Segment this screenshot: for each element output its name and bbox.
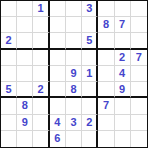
cell-r5c4[interactable] (50, 66, 66, 82)
cell-r6c7[interactable] (98, 82, 114, 98)
cell-r5c3[interactable] (33, 66, 49, 82)
cell-r5c5-given[interactable]: 9 (66, 66, 82, 82)
cell-r9c9[interactable] (131, 131, 147, 147)
cell-r1c8[interactable] (115, 1, 131, 17)
cell-r7c5[interactable] (66, 98, 82, 114)
cell-r2c4[interactable] (50, 17, 66, 33)
cell-r7c6[interactable] (82, 98, 98, 114)
cell-r5c8-given[interactable]: 4 (115, 66, 131, 82)
cell-r8c5-given[interactable]: 3 (66, 115, 82, 131)
cell-r3c1-given[interactable]: 2 (1, 33, 17, 49)
cell-r9c8[interactable] (115, 131, 131, 147)
cell-r9c4-given[interactable]: 6 (50, 131, 66, 147)
cell-r2c1[interactable] (1, 17, 17, 33)
cell-r4c9-given[interactable]: 7 (131, 50, 147, 66)
cell-r3c8[interactable] (115, 33, 131, 49)
cell-r6c1-given[interactable]: 5 (1, 82, 17, 98)
cell-r4c2[interactable] (17, 50, 33, 66)
cell-r2c7-given[interactable]: 8 (98, 17, 114, 33)
cell-r8c4-given[interactable]: 4 (50, 115, 66, 131)
cell-r4c5[interactable] (66, 50, 82, 66)
cell-r2c5[interactable] (66, 17, 82, 33)
cell-r1c1[interactable] (1, 1, 17, 17)
cell-r6c4[interactable] (50, 82, 66, 98)
cell-r7c3[interactable] (33, 98, 49, 114)
cell-r5c7[interactable] (98, 66, 114, 82)
cell-r1c7[interactable] (98, 1, 114, 17)
cell-r9c5[interactable] (66, 131, 82, 147)
cell-r7c1[interactable] (1, 98, 17, 114)
cell-r4c3[interactable] (33, 50, 49, 66)
cell-r9c6[interactable] (82, 131, 98, 147)
cell-r3c3[interactable] (33, 33, 49, 49)
cell-r3c7[interactable] (98, 33, 114, 49)
cell-r6c6[interactable] (82, 82, 98, 98)
cell-r9c7[interactable] (98, 131, 114, 147)
cell-r5c6-given[interactable]: 1 (82, 66, 98, 82)
cell-r5c2[interactable] (17, 66, 33, 82)
cell-r7c9[interactable] (131, 98, 147, 114)
cell-r2c6[interactable] (82, 17, 98, 33)
cell-r4c1[interactable] (1, 50, 17, 66)
cell-r9c2[interactable] (17, 131, 33, 147)
cell-r8c8[interactable] (115, 115, 131, 131)
cell-r3c2[interactable] (17, 33, 33, 49)
cell-r5c9[interactable] (131, 66, 147, 82)
cell-r6c2[interactable] (17, 82, 33, 98)
cell-r8c7[interactable] (98, 115, 114, 131)
cell-r1c4[interactable] (50, 1, 66, 17)
cell-r8c3[interactable] (33, 115, 49, 131)
cell-r1c9[interactable] (131, 1, 147, 17)
cell-r3c5[interactable] (66, 33, 82, 49)
cell-r6c8-given[interactable]: 9 (115, 82, 131, 98)
cell-r5c1[interactable] (1, 66, 17, 82)
cell-r8c9[interactable] (131, 115, 147, 131)
cell-r9c1[interactable] (1, 131, 17, 147)
cell-r6c3-given[interactable]: 2 (33, 82, 49, 98)
cell-r2c2[interactable] (17, 17, 33, 33)
cell-r2c8-given[interactable]: 7 (115, 17, 131, 33)
cell-r3c9[interactable] (131, 33, 147, 49)
cell-r7c4[interactable] (50, 98, 66, 114)
cell-r7c8[interactable] (115, 98, 131, 114)
cell-r2c9[interactable] (131, 17, 147, 33)
cell-r4c8-given[interactable]: 2 (115, 50, 131, 66)
cell-r3c4[interactable] (50, 33, 66, 49)
cell-r9c3[interactable] (33, 131, 49, 147)
cell-r1c5[interactable] (66, 1, 82, 17)
cell-r2c3[interactable] (33, 17, 49, 33)
cell-r1c6-given[interactable]: 3 (82, 1, 98, 17)
cell-r3c6-given[interactable]: 5 (82, 33, 98, 49)
sudoku-board: 1387252791452898794326 (0, 0, 148, 148)
cell-r8c1[interactable] (1, 115, 17, 131)
cell-r4c7[interactable] (98, 50, 114, 66)
cell-r4c6[interactable] (82, 50, 98, 66)
cell-r8c6-given[interactable]: 2 (82, 115, 98, 131)
cell-r1c3-given[interactable]: 1 (33, 1, 49, 17)
cell-r8c2-given[interactable]: 9 (17, 115, 33, 131)
cell-r7c7-given[interactable]: 7 (98, 98, 114, 114)
cell-r6c5-given[interactable]: 8 (66, 82, 82, 98)
cell-r4c4[interactable] (50, 50, 66, 66)
cell-r7c2-given[interactable]: 8 (17, 98, 33, 114)
cell-r6c9[interactable] (131, 82, 147, 98)
cell-r1c2[interactable] (17, 1, 33, 17)
